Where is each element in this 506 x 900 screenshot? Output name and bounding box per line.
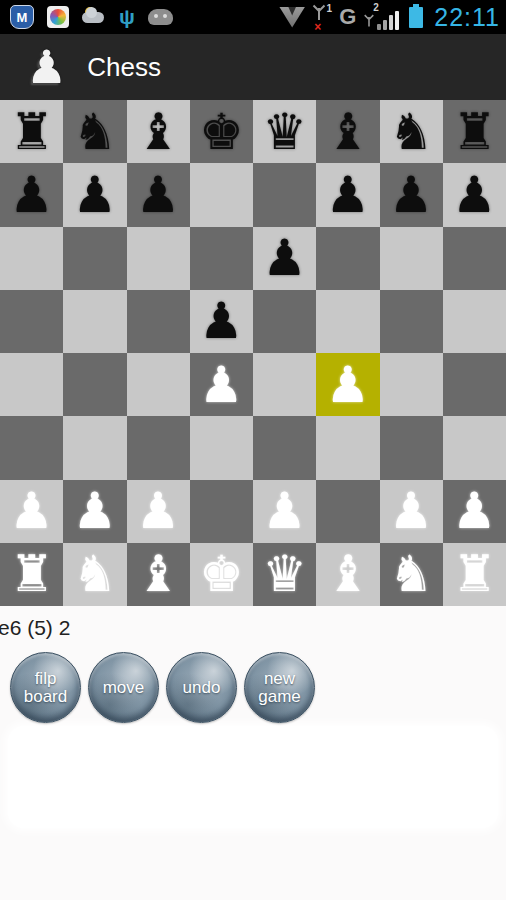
square-g3[interactable] (380, 416, 443, 479)
square-b6[interactable] (63, 227, 126, 290)
black-pawn-piece[interactable]: ♟ (9, 170, 54, 220)
white-rook-piece[interactable]: ♜ (452, 549, 497, 599)
square-e5[interactable] (253, 290, 316, 353)
button-label-line: new (264, 670, 295, 688)
square-h8[interactable]: ♜ (443, 100, 506, 163)
square-f1[interactable]: ♝ (316, 543, 379, 606)
square-b3[interactable] (63, 416, 126, 479)
square-e4[interactable] (253, 353, 316, 416)
black-queen-piece[interactable]: ♛ (262, 107, 307, 157)
square-g7[interactable]: ♟ (380, 163, 443, 226)
white-bishop-piece[interactable]: ♝ (136, 549, 181, 599)
square-e1[interactable]: ♛ (253, 543, 316, 606)
square-c8[interactable]: ♝ (127, 100, 190, 163)
square-f4[interactable]: ♟ (316, 353, 379, 416)
move-annotation: e6 (5) 2 (0, 616, 506, 640)
square-h4[interactable] (443, 353, 506, 416)
square-b7[interactable]: ♟ (63, 163, 126, 226)
square-f3[interactable] (316, 416, 379, 479)
square-h6[interactable] (443, 227, 506, 290)
square-b2[interactable]: ♟ (63, 480, 126, 543)
white-pawn-piece[interactable]: ♟ (72, 486, 117, 536)
undo-button[interactable]: undo (166, 652, 237, 723)
white-pawn-piece[interactable]: ♟ (325, 360, 370, 410)
white-pawn-icon: ♟ (26, 44, 67, 90)
square-g8[interactable]: ♞ (380, 100, 443, 163)
black-rook-piece[interactable]: ♜ (452, 107, 497, 157)
white-pawn-piece[interactable]: ♟ (389, 486, 434, 536)
square-a4[interactable] (0, 353, 63, 416)
white-rook-piece[interactable]: ♜ (9, 549, 54, 599)
square-c4[interactable] (127, 353, 190, 416)
square-c7[interactable]: ♟ (127, 163, 190, 226)
square-f2[interactable] (316, 480, 379, 543)
square-g4[interactable] (380, 353, 443, 416)
square-f7[interactable]: ♟ (316, 163, 379, 226)
square-e8[interactable]: ♛ (253, 100, 316, 163)
square-b4[interactable] (63, 353, 126, 416)
square-c2[interactable]: ♟ (127, 480, 190, 543)
white-pawn-piece[interactable]: ♟ (452, 486, 497, 536)
white-pawn-piece[interactable]: ♟ (9, 486, 54, 536)
square-b5[interactable] (63, 290, 126, 353)
black-pawn-piece[interactable]: ♟ (262, 233, 307, 283)
app-title: Chess (87, 52, 161, 83)
black-pawn-piece[interactable]: ♟ (199, 296, 244, 346)
android-icon (148, 9, 173, 25)
square-d6[interactable] (190, 227, 253, 290)
flip-board-button[interactable]: filpboard (10, 652, 81, 723)
new-game-button[interactable]: newgame (244, 652, 315, 723)
square-b1[interactable]: ♞ (63, 543, 126, 606)
square-d5[interactable]: ♟ (190, 290, 253, 353)
square-d3[interactable] (190, 416, 253, 479)
media-app-icon (47, 6, 69, 28)
button-row: filpboard move undo newgame (10, 652, 506, 723)
square-g6[interactable] (380, 227, 443, 290)
white-king-piece[interactable]: ♚ (199, 549, 244, 599)
weather-icon (82, 7, 106, 27)
square-a2[interactable]: ♟ (0, 480, 63, 543)
square-h3[interactable] (443, 416, 506, 479)
square-f8[interactable]: ♝ (316, 100, 379, 163)
status-bar: M ψ 1 × G 2 22:11 (0, 0, 506, 34)
white-bishop-piece[interactable]: ♝ (325, 549, 370, 599)
square-f5[interactable] (316, 290, 379, 353)
black-bishop-piece[interactable]: ♝ (136, 107, 181, 157)
sim1-badge: 1 (327, 3, 333, 14)
bottom-panel (8, 726, 498, 828)
move-button[interactable]: move (88, 652, 159, 723)
square-g1[interactable]: ♞ (380, 543, 443, 606)
sim1-error-mark: × (314, 22, 321, 32)
square-g2[interactable]: ♟ (380, 480, 443, 543)
app-bar: ♟ Chess (0, 34, 506, 100)
square-h2[interactable]: ♟ (443, 480, 506, 543)
square-g5[interactable] (380, 290, 443, 353)
square-c6[interactable] (127, 227, 190, 290)
square-e3[interactable] (253, 416, 316, 479)
white-pawn-piece[interactable]: ♟ (199, 360, 244, 410)
square-b8[interactable]: ♞ (63, 100, 126, 163)
white-pawn-piece[interactable]: ♟ (262, 486, 307, 536)
black-knight-piece[interactable]: ♞ (72, 107, 117, 157)
wifi-icon (279, 7, 305, 28)
network-g-label: G (339, 6, 356, 28)
square-d4[interactable]: ♟ (190, 353, 253, 416)
black-pawn-piece[interactable]: ♟ (325, 170, 370, 220)
black-pawn-piece[interactable]: ♟ (389, 170, 434, 220)
button-label-line: undo (183, 679, 221, 697)
square-a6[interactable] (0, 227, 63, 290)
square-a5[interactable] (0, 290, 63, 353)
white-knight-piece[interactable]: ♞ (389, 549, 434, 599)
square-a7[interactable]: ♟ (0, 163, 63, 226)
black-knight-piece[interactable]: ♞ (389, 107, 434, 157)
white-knight-piece[interactable]: ♞ (72, 549, 117, 599)
white-pawn-piece[interactable]: ♟ (136, 486, 181, 536)
square-c1[interactable]: ♝ (127, 543, 190, 606)
black-bishop-piece[interactable]: ♝ (325, 107, 370, 157)
button-label-line: move (103, 679, 145, 697)
black-pawn-piece[interactable]: ♟ (136, 170, 181, 220)
button-label-line: filp (35, 670, 57, 688)
signal-bars-icon: 2 (363, 4, 399, 30)
square-h5[interactable] (443, 290, 506, 353)
square-h1[interactable]: ♜ (443, 543, 506, 606)
black-pawn-piece[interactable]: ♟ (452, 170, 497, 220)
square-d1[interactable]: ♚ (190, 543, 253, 606)
square-a3[interactable] (0, 416, 63, 479)
sim2-badge: 2 (373, 2, 379, 13)
m-shield-app-icon: M (10, 5, 34, 29)
square-a8[interactable]: ♜ (0, 100, 63, 163)
clock: 22:11 (434, 3, 500, 32)
square-e2[interactable]: ♟ (253, 480, 316, 543)
battery-icon (409, 7, 423, 28)
white-queen-piece[interactable]: ♛ (262, 549, 307, 599)
square-d8[interactable]: ♚ (190, 100, 253, 163)
sim1-no-signal-icon: 1 × (312, 4, 332, 30)
black-pawn-piece[interactable]: ♟ (72, 170, 117, 220)
chess-board[interactable]: ♜♞♝♚♛♝♞♜♟♟♟♟♟♟♟♟♟♟♟♟♟♟♟♟♜♞♝♚♛♝♞♜ (0, 100, 506, 606)
square-e7[interactable] (253, 163, 316, 226)
square-f6[interactable] (316, 227, 379, 290)
square-h7[interactable]: ♟ (443, 163, 506, 226)
button-label-line: game (258, 688, 301, 706)
square-a1[interactable]: ♜ (0, 543, 63, 606)
black-rook-piece[interactable]: ♜ (9, 107, 54, 157)
square-d7[interactable] (190, 163, 253, 226)
usb-icon: ψ (119, 7, 135, 27)
square-c3[interactable] (127, 416, 190, 479)
square-d2[interactable] (190, 480, 253, 543)
square-e6[interactable]: ♟ (253, 227, 316, 290)
black-king-piece[interactable]: ♚ (199, 107, 244, 157)
button-label-line: board (24, 688, 67, 706)
square-c5[interactable] (127, 290, 190, 353)
